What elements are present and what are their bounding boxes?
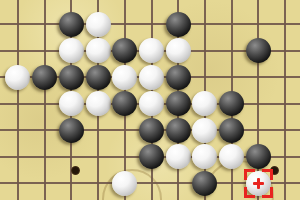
marker-cross-icon [257,178,260,189]
black-stone [112,91,137,116]
board-intersection [58,37,85,64]
board-intersection [138,37,165,64]
white-stone [5,65,30,90]
white-stone [192,118,217,143]
board-intersection [191,117,218,144]
board-intersection[interactable] [271,37,298,64]
white-stone [86,12,111,37]
board-intersection [191,90,218,117]
black-stone [166,91,191,116]
board-intersection[interactable] [218,170,245,197]
black-stone [139,118,164,143]
board-intersection [85,90,112,117]
black-stone [192,171,217,196]
black-stone [112,38,137,63]
black-stone [86,65,111,90]
white-stone [86,38,111,63]
board-intersection[interactable] [138,170,165,197]
white-stone [166,144,191,169]
board-intersection [85,37,112,64]
black-stone [219,91,244,116]
board-intersection[interactable] [218,37,245,64]
white-stone [59,38,84,63]
board-intersection[interactable] [111,11,138,38]
board-intersection [218,143,245,170]
board-intersection[interactable] [85,117,112,144]
board-intersection [58,117,85,144]
board-intersection[interactable] [138,11,165,38]
board-intersection [85,11,112,38]
board-intersection [165,90,192,117]
white-stone [192,144,217,169]
board-intersection[interactable] [191,64,218,91]
board-intersection [58,11,85,38]
white-stone [59,91,84,116]
white-stone [112,65,137,90]
board-intersection[interactable] [85,170,112,197]
board-intersection[interactable] [58,170,85,197]
board-intersection[interactable] [245,90,272,117]
board-intersection [245,37,272,64]
board-intersection[interactable] [5,11,32,38]
board-intersection[interactable] [85,143,112,170]
marker-corner-bracket [262,169,273,180]
board-intersection [245,143,272,170]
board-intersection[interactable] [31,90,58,117]
board-intersection[interactable] [31,117,58,144]
white-stone [139,65,164,90]
board-intersection [165,64,192,91]
black-stone [139,144,164,169]
board-intersection [111,90,138,117]
board-intersection [138,64,165,91]
black-stone [219,118,244,143]
board-intersection [191,170,218,197]
board-intersection [165,117,192,144]
board-intersection [31,64,58,91]
board-intersection[interactable] [111,117,138,144]
board-intersection[interactable] [5,170,32,197]
board-intersection[interactable] [111,143,138,170]
marker-corner-bracket [244,187,255,198]
black-stone [166,65,191,90]
board-intersection [245,170,272,197]
board-intersection[interactable] [31,143,58,170]
black-stone [59,118,84,143]
board-intersection [138,90,165,117]
board-intersection[interactable] [191,37,218,64]
board-intersection [165,143,192,170]
board-intersection [58,90,85,117]
board-intersection [111,64,138,91]
board-intersection [5,64,32,91]
white-stone [139,38,164,63]
black-stone [166,118,191,143]
board-intersection [85,64,112,91]
white-stone [139,91,164,116]
board-intersection[interactable] [245,11,272,38]
board-intersection[interactable] [31,11,58,38]
board-intersection[interactable] [271,11,298,38]
board-intersection [138,117,165,144]
white-stone [86,91,111,116]
last-move-marker [244,169,273,198]
marker-corner-bracket [244,169,255,180]
board-intersection[interactable] [191,11,218,38]
board-intersection [111,170,138,197]
board-intersection[interactable] [245,117,272,144]
board-intersection[interactable] [271,143,298,170]
white-stone [192,91,217,116]
white-stone [112,171,137,196]
board-intersection[interactable] [271,64,298,91]
marker-corner-bracket [262,187,273,198]
board-intersection[interactable] [245,64,272,91]
gomoku-board[interactable] [0,0,300,200]
board-intersection[interactable] [58,143,85,170]
board-intersection [165,11,192,38]
board-intersection [191,143,218,170]
black-stone [59,12,84,37]
board-intersection[interactable] [5,143,32,170]
board-grid [5,11,299,197]
black-stone [59,65,84,90]
board-intersection[interactable] [271,90,298,117]
black-stone [166,12,191,37]
board-intersection [138,143,165,170]
white-stone [166,38,191,63]
board-intersection[interactable] [271,170,298,197]
board-intersection [218,90,245,117]
black-stone [246,144,271,169]
board-intersection [165,37,192,64]
board-intersection [218,117,245,144]
black-stone [246,38,271,63]
board-intersection[interactable] [218,11,245,38]
board-intersection[interactable] [5,90,32,117]
board-intersection[interactable] [31,170,58,197]
board-intersection[interactable] [31,37,58,64]
board-intersection [58,64,85,91]
board-intersection[interactable] [5,117,32,144]
black-stone [32,65,57,90]
board-intersection [111,37,138,64]
board-intersection[interactable] [165,170,192,197]
board-intersection[interactable] [218,64,245,91]
board-intersection[interactable] [5,37,32,64]
white-stone [219,144,244,169]
board-intersection[interactable] [271,117,298,144]
